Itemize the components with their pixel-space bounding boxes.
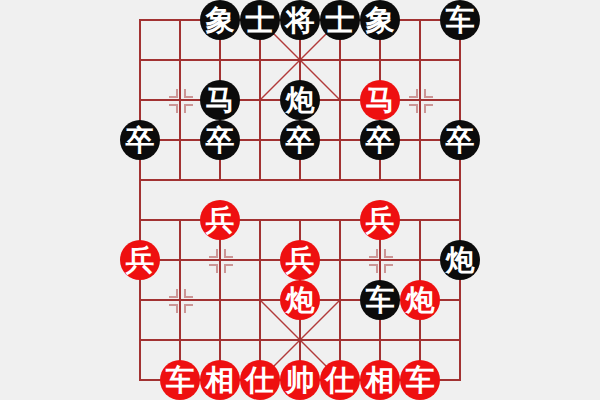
- piece-black-soldier[interactable]: 卒: [120, 120, 160, 160]
- piece-black-cannon[interactable]: 炮: [280, 80, 320, 120]
- position-marker: [169, 304, 178, 313]
- piece-red-elephant[interactable]: 相: [360, 360, 400, 400]
- board-file-line: [259, 219, 261, 381]
- position-marker: [424, 89, 433, 98]
- piece-red-soldier[interactable]: 兵: [200, 200, 240, 240]
- piece-red-soldier[interactable]: 兵: [120, 240, 160, 280]
- piece-red-advisor[interactable]: 仕: [240, 360, 280, 400]
- board-file-line: [419, 19, 421, 181]
- xiangqi-board[interactable]: 象士将士象车马炮马卒卒卒卒卒兵兵兵兵炮炮车炮车相仕帅仕相车: [0, 0, 600, 400]
- piece-red-horse[interactable]: 马: [360, 80, 400, 120]
- position-marker: [184, 104, 193, 113]
- position-marker: [369, 264, 378, 273]
- position-marker: [209, 249, 218, 258]
- piece-black-advisor[interactable]: 士: [240, 0, 280, 40]
- board-file-line: [339, 19, 341, 181]
- board-file-line: [179, 219, 181, 381]
- position-marker: [369, 249, 378, 258]
- board-file-line: [139, 19, 141, 381]
- piece-black-cannon[interactable]: 炮: [440, 240, 480, 280]
- position-marker: [224, 264, 233, 273]
- position-marker: [409, 104, 418, 113]
- board-file-line: [259, 19, 261, 181]
- piece-red-soldier[interactable]: 兵: [360, 200, 400, 240]
- board-file-line: [339, 219, 341, 381]
- piece-black-horse[interactable]: 马: [200, 80, 240, 120]
- piece-black-elephant[interactable]: 象: [200, 0, 240, 40]
- piece-black-chariot[interactable]: 车: [360, 280, 400, 320]
- board-file-line: [459, 19, 461, 381]
- piece-black-general[interactable]: 将: [280, 0, 320, 40]
- position-marker: [184, 304, 193, 313]
- piece-red-chariot[interactable]: 车: [400, 360, 440, 400]
- piece-black-soldier[interactable]: 卒: [360, 120, 400, 160]
- position-marker: [224, 249, 233, 258]
- piece-red-chariot[interactable]: 车: [160, 360, 200, 400]
- position-marker: [169, 289, 178, 298]
- piece-black-advisor[interactable]: 士: [320, 0, 360, 40]
- piece-red-elephant[interactable]: 相: [200, 360, 240, 400]
- board-file-line: [219, 219, 221, 381]
- position-marker: [184, 89, 193, 98]
- piece-red-advisor[interactable]: 仕: [320, 360, 360, 400]
- piece-black-elephant[interactable]: 象: [360, 0, 400, 40]
- position-marker: [384, 249, 393, 258]
- position-marker: [169, 104, 178, 113]
- piece-black-soldier[interactable]: 卒: [200, 120, 240, 160]
- position-marker: [384, 264, 393, 273]
- position-marker: [209, 264, 218, 273]
- piece-red-soldier[interactable]: 兵: [280, 240, 320, 280]
- piece-black-soldier[interactable]: 卒: [440, 120, 480, 160]
- piece-red-cannon[interactable]: 炮: [280, 280, 320, 320]
- position-marker: [184, 289, 193, 298]
- position-marker: [409, 89, 418, 98]
- piece-red-general[interactable]: 帅: [280, 360, 320, 400]
- board-file-line: [179, 19, 181, 181]
- piece-red-cannon[interactable]: 炮: [400, 280, 440, 320]
- piece-black-chariot[interactable]: 车: [440, 0, 480, 40]
- piece-black-soldier[interactable]: 卒: [280, 120, 320, 160]
- position-marker: [169, 89, 178, 98]
- position-marker: [424, 104, 433, 113]
